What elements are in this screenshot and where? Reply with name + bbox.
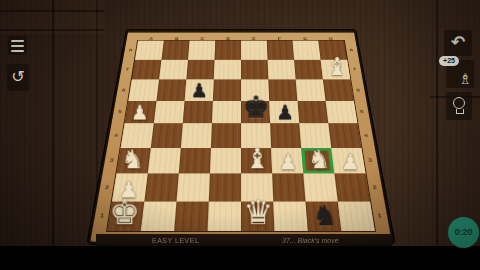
square-e3[interactable]: ♝	[241, 148, 272, 174]
wood-seam	[436, 0, 438, 270]
piece-black-knight-g1[interactable]: ♞	[312, 202, 337, 230]
square-d3[interactable]	[210, 148, 241, 174]
coord-label: 8	[124, 48, 136, 52]
square-e1[interactable]: ♛	[241, 201, 274, 231]
move-indicator: 37... Black's move	[282, 237, 339, 244]
square-c5[interactable]	[183, 101, 213, 124]
coord-label: 6	[117, 88, 130, 92]
board-grid: ♝♟♟♚♟♞♝♟♞♟♟♚♛♞	[107, 41, 375, 231]
square-c8[interactable]	[188, 41, 215, 60]
level-label: EASY LEVEL	[152, 237, 199, 244]
bishop-piece-icon: ♗	[459, 72, 472, 87]
square-d5[interactable]	[212, 101, 241, 124]
coord-label: 6	[352, 88, 365, 92]
reward-hints-button[interactable]: ♗ +25	[446, 60, 474, 88]
wood-seam	[52, 0, 54, 270]
move-timer: 0:20	[448, 217, 479, 248]
square-c4[interactable]	[181, 123, 212, 147]
square-e8[interactable]	[241, 41, 268, 60]
square-a8[interactable]	[135, 41, 164, 60]
square-h6[interactable]	[323, 79, 354, 100]
square-f3[interactable]: ♟	[271, 148, 303, 174]
coord-label: 7	[121, 67, 134, 71]
coord-label: 5	[113, 110, 127, 115]
square-c6[interactable]: ♟	[185, 79, 214, 100]
coord-label: 4	[109, 133, 123, 138]
square-a5[interactable]: ♟	[125, 101, 157, 124]
square-d8[interactable]	[214, 41, 241, 60]
square-d7[interactable]	[214, 59, 241, 79]
square-e7[interactable]	[241, 59, 268, 79]
square-f7[interactable]	[268, 59, 296, 79]
square-h1[interactable]	[338, 201, 375, 231]
coord-label: 2	[100, 184, 115, 190]
square-f8[interactable]	[267, 41, 294, 60]
rotate-board-button[interactable]: ↺	[7, 64, 29, 91]
square-d1[interactable]	[208, 201, 241, 231]
hint-button[interactable]	[446, 92, 472, 120]
square-b1[interactable]	[141, 201, 177, 231]
square-g7[interactable]	[294, 59, 323, 79]
square-d6[interactable]	[213, 79, 241, 100]
piece-white-bishop-e3[interactable]: ♝	[244, 145, 269, 173]
square-c3[interactable]	[179, 148, 211, 174]
coord-label: 1	[94, 213, 110, 219]
square-g8[interactable]	[292, 41, 320, 60]
square-a3[interactable]: ♞	[117, 148, 151, 174]
coord-label: 3	[104, 158, 119, 163]
hamburger-icon	[11, 40, 24, 42]
piece-white-knight-g3[interactable]: ♞	[307, 147, 330, 173]
coord-label: 2	[367, 184, 382, 190]
coord-label: 4	[359, 133, 373, 138]
letterbox-bar	[0, 246, 480, 270]
piece-black-pawn-c6[interactable]: ♟	[190, 81, 207, 100]
coord-label: 5	[355, 110, 369, 115]
square-f6[interactable]	[268, 79, 297, 100]
square-e5[interactable]: ♚	[241, 101, 270, 124]
coord-label: 1	[372, 213, 388, 219]
square-d2[interactable]	[209, 173, 241, 201]
square-a7[interactable]	[132, 59, 162, 79]
undo-arrow-icon: ↶	[451, 32, 465, 52]
square-g5[interactable]	[297, 101, 328, 124]
square-g2[interactable]	[303, 173, 337, 201]
square-g6[interactable]	[296, 79, 326, 100]
square-f2[interactable]	[272, 173, 305, 201]
square-b2[interactable]	[144, 173, 178, 201]
square-d4[interactable]	[211, 123, 241, 147]
square-a6[interactable]	[128, 79, 159, 100]
square-b5[interactable]	[154, 101, 185, 124]
square-f1[interactable]	[273, 201, 308, 231]
square-b8[interactable]	[161, 41, 189, 60]
piece-white-pawn-a5[interactable]: ♟	[130, 103, 148, 123]
square-h7[interactable]: ♝	[321, 59, 351, 79]
undo-button[interactable]: ↶	[444, 30, 472, 56]
piece-white-queen-e1[interactable]: ♛	[243, 197, 273, 230]
wood-seam	[0, 29, 104, 31]
piece-white-bishop-h7[interactable]: ♝	[326, 54, 348, 78]
square-g3[interactable]: ♞	[301, 148, 334, 174]
square-b6[interactable]	[156, 79, 186, 100]
rotate-icon: ↺	[11, 67, 24, 86]
square-c7[interactable]	[186, 59, 214, 79]
square-c2[interactable]	[177, 173, 210, 201]
square-h3[interactable]: ♟	[331, 148, 365, 174]
piece-white-king-a1[interactable]: ♚	[109, 195, 140, 230]
square-h4[interactable]	[328, 123, 361, 147]
piece-black-king-e5[interactable]: ♚	[242, 93, 269, 123]
square-f4[interactable]	[270, 123, 301, 147]
menu-button[interactable]	[8, 36, 27, 55]
lightbulb-icon	[453, 97, 465, 109]
board-frame: ABCDEFGH ABCDEFGH 87654321 87654321 ♝♟♟♚…	[90, 31, 391, 242]
square-b7[interactable]	[159, 59, 188, 79]
app-screen: ABCDEFGH ABCDEFGH 87654321 87654321 ♝♟♟♚…	[0, 0, 480, 270]
square-h5[interactable]	[326, 101, 358, 124]
square-b3[interactable]	[148, 148, 181, 174]
square-g1[interactable]: ♞	[305, 201, 341, 231]
piece-white-pawn-f3[interactable]: ♟	[278, 151, 297, 172]
piece-white-pawn-h3[interactable]: ♟	[340, 151, 359, 172]
wood-seam	[0, 10, 104, 12]
square-f5[interactable]: ♟	[269, 101, 299, 124]
chess-board-3d: ABCDEFGH ABCDEFGH 87654321 87654321 ♝♟♟♚…	[90, 31, 391, 242]
square-a1[interactable]: ♚	[107, 201, 144, 231]
square-b4[interactable]	[151, 123, 183, 147]
square-c1[interactable]	[174, 201, 209, 231]
piece-white-knight-a3[interactable]: ♞	[121, 147, 144, 173]
piece-black-pawn-f5[interactable]: ♟	[276, 103, 294, 123]
square-h2[interactable]	[334, 173, 370, 201]
coord-label: 7	[348, 67, 361, 71]
coord-label: 3	[363, 158, 378, 163]
coord-label: 8	[345, 48, 357, 52]
reward-badge: +25	[439, 56, 459, 66]
